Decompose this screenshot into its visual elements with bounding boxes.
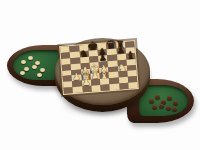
captured-light-piece[interactable] <box>24 67 29 71</box>
chess-set-photo: ♚♛♜♞♟♟♟♝♟♚♟♞♟♛♟♝♟ <box>0 0 200 150</box>
chess-board-grid[interactable]: ♚♛♜♞♟♟♟♝♟♚♟♞♟♛♟♝♟ <box>60 41 137 94</box>
captured-light-piece[interactable] <box>21 60 26 64</box>
captured-dark-piece[interactable] <box>172 107 177 111</box>
board-square[interactable] <box>119 83 129 90</box>
board-square[interactable] <box>82 86 92 93</box>
board-square[interactable] <box>110 84 120 91</box>
captured-dark-piece[interactable] <box>167 96 172 100</box>
captured-light-piece[interactable] <box>28 56 33 60</box>
board-square[interactable] <box>91 85 101 92</box>
board-square[interactable] <box>63 87 73 94</box>
captured-dark-piece[interactable] <box>149 99 154 103</box>
captured-dark-piece[interactable] <box>155 95 160 99</box>
captured-dark-piece[interactable] <box>159 104 164 108</box>
captured-dark-piece[interactable] <box>173 101 178 105</box>
captured-light-piece[interactable] <box>32 65 37 69</box>
captured-dark-piece[interactable] <box>166 106 171 110</box>
captured-light-piece[interactable] <box>20 71 25 75</box>
captured-light-piece[interactable] <box>40 68 45 72</box>
board-inlay-border: ♚♛♜♞♟♟♟♝♟♚♟♞♟♛♟♝♟ <box>59 40 139 95</box>
captured-light-piece[interactable] <box>37 73 42 77</box>
captured-dark-piece[interactable] <box>152 105 157 109</box>
board-square[interactable] <box>73 87 83 94</box>
board-square[interactable] <box>128 82 138 89</box>
board-square[interactable] <box>100 84 110 91</box>
left-drawer-felt <box>13 50 60 80</box>
